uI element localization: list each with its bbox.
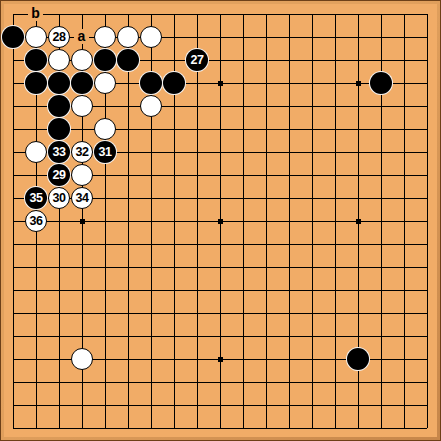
stone-white-30: 30 bbox=[48, 187, 70, 209]
stone-black bbox=[71, 72, 93, 94]
stone-black bbox=[2, 26, 24, 48]
stone-black-29: 29 bbox=[48, 164, 70, 186]
stones-layer: ab28273332312935303436 bbox=[0, 0, 441, 441]
stone-black bbox=[48, 118, 70, 140]
point-label-b: b bbox=[28, 6, 43, 21]
stone-white bbox=[25, 26, 47, 48]
stone-white bbox=[117, 26, 139, 48]
stone-white bbox=[71, 164, 93, 186]
stone-black bbox=[347, 348, 369, 370]
stone-white bbox=[94, 72, 116, 94]
stone-black bbox=[25, 72, 47, 94]
stone-white-36: 36 bbox=[25, 210, 47, 232]
stone-white bbox=[48, 49, 70, 71]
stone-black bbox=[140, 72, 162, 94]
stone-white bbox=[71, 95, 93, 117]
stone-black-27: 27 bbox=[186, 49, 208, 71]
stone-black bbox=[48, 95, 70, 117]
stone-black bbox=[370, 72, 392, 94]
stone-black-35: 35 bbox=[25, 187, 47, 209]
stone-white bbox=[25, 141, 47, 163]
stone-white bbox=[94, 26, 116, 48]
stone-black-33: 33 bbox=[48, 141, 70, 163]
stone-black bbox=[117, 49, 139, 71]
stone-white-34: 34 bbox=[71, 187, 93, 209]
point-label-a: a bbox=[74, 29, 89, 44]
stone-white bbox=[140, 95, 162, 117]
stone-black bbox=[48, 72, 70, 94]
stone-white bbox=[71, 49, 93, 71]
stone-black bbox=[25, 49, 47, 71]
stone-white bbox=[94, 118, 116, 140]
go-board-frame: ab28273332312935303436 bbox=[0, 0, 441, 441]
stone-black bbox=[94, 49, 116, 71]
stone-black-31: 31 bbox=[94, 141, 116, 163]
stone-white-28: 28 bbox=[48, 26, 70, 48]
stone-black bbox=[163, 72, 185, 94]
stone-white bbox=[71, 348, 93, 370]
stone-white-32: 32 bbox=[71, 141, 93, 163]
stone-white bbox=[140, 26, 162, 48]
